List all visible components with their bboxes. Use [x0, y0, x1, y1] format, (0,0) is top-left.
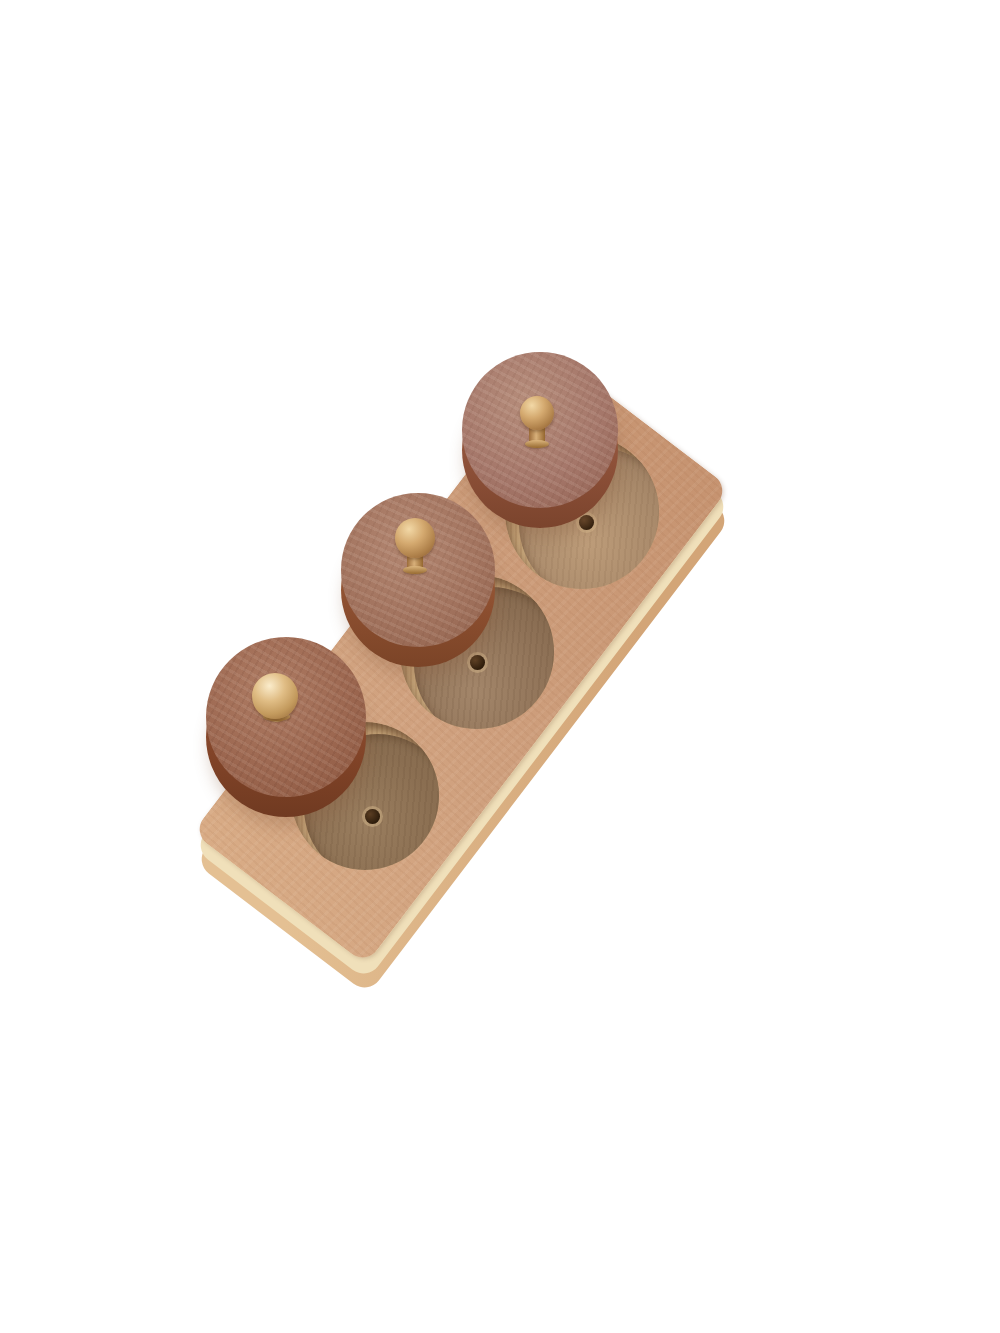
disc-2-knob-collar	[403, 566, 427, 574]
socket-middle-pinhole	[470, 655, 485, 670]
product-photo	[0, 0, 1000, 1333]
disc-3-knob	[252, 673, 298, 719]
socket-upper-pinhole	[579, 515, 594, 530]
disc-1-knob-collar	[525, 440, 549, 448]
disc-2-knob	[395, 518, 435, 558]
disc-1-knob	[520, 396, 554, 430]
socket-lower-pinhole	[365, 809, 380, 824]
